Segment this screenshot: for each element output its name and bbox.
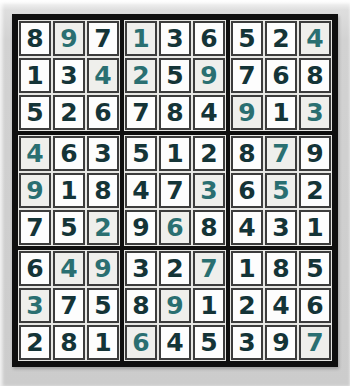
cell-r5c2[interactable]: 1: [53, 173, 85, 208]
box-2-3: 879652431: [228, 133, 334, 248]
cell-r6c2[interactable]: 5: [53, 210, 85, 245]
cell-r4c5[interactable]: 1: [159, 136, 191, 171]
cell-r5c9[interactable]: 2: [299, 173, 331, 208]
cell-r9c4[interactable]: 6: [125, 325, 157, 360]
box-2-2: 512473968: [122, 133, 228, 248]
sudoku-board: 8971345261362597845247689134639187525124…: [12, 14, 338, 367]
cell-r8c2[interactable]: 7: [53, 288, 85, 323]
box-2-1: 463918752: [16, 133, 122, 248]
cell-r9c5[interactable]: 4: [159, 325, 191, 360]
cell-r3c8[interactable]: 1: [265, 95, 297, 130]
cell-r3c9[interactable]: 3: [299, 95, 331, 130]
cell-r7c8[interactable]: 8: [265, 251, 297, 286]
cell-r3c3[interactable]: 6: [87, 95, 119, 130]
cell-r6c7[interactable]: 4: [231, 210, 263, 245]
cell-r2c7[interactable]: 7: [231, 58, 263, 93]
box-3-2: 327891645: [122, 248, 228, 363]
cell-r4c1[interactable]: 4: [19, 136, 51, 171]
cell-r2c4[interactable]: 2: [125, 58, 157, 93]
cell-r7c3[interactable]: 9: [87, 251, 119, 286]
cell-r7c6[interactable]: 7: [193, 251, 225, 286]
cell-r4c2[interactable]: 6: [53, 136, 85, 171]
box-1-1: 897134526: [16, 18, 122, 133]
cell-r3c2[interactable]: 2: [53, 95, 85, 130]
box-3-1: 649375281: [16, 248, 122, 363]
cell-r2c1[interactable]: 1: [19, 58, 51, 93]
cell-r5c8[interactable]: 5: [265, 173, 297, 208]
cell-r9c8[interactable]: 9: [265, 325, 297, 360]
cell-r9c2[interactable]: 8: [53, 325, 85, 360]
cell-r9c6[interactable]: 5: [193, 325, 225, 360]
cell-r1c4[interactable]: 1: [125, 21, 157, 56]
cell-r2c9[interactable]: 8: [299, 58, 331, 93]
cell-r9c9[interactable]: 7: [299, 325, 331, 360]
cell-r6c8[interactable]: 3: [265, 210, 297, 245]
cell-r1c1[interactable]: 8: [19, 21, 51, 56]
page-background: 8971345261362597845247689134639187525124…: [0, 0, 350, 386]
cell-r8c4[interactable]: 8: [125, 288, 157, 323]
cell-r1c6[interactable]: 6: [193, 21, 225, 56]
cell-r6c5[interactable]: 6: [159, 210, 191, 245]
cell-r8c5[interactable]: 9: [159, 288, 191, 323]
cell-r7c4[interactable]: 3: [125, 251, 157, 286]
cell-r3c4[interactable]: 7: [125, 95, 157, 130]
cell-r6c3[interactable]: 2: [87, 210, 119, 245]
cell-r3c1[interactable]: 5: [19, 95, 51, 130]
cell-r2c2[interactable]: 3: [53, 58, 85, 93]
cell-r4c9[interactable]: 9: [299, 136, 331, 171]
cell-r5c1[interactable]: 9: [19, 173, 51, 208]
cell-r8c7[interactable]: 2: [231, 288, 263, 323]
cell-r9c3[interactable]: 1: [87, 325, 119, 360]
cell-r8c8[interactable]: 4: [265, 288, 297, 323]
cell-r1c8[interactable]: 2: [265, 21, 297, 56]
cell-r7c9[interactable]: 5: [299, 251, 331, 286]
cell-r5c5[interactable]: 7: [159, 173, 191, 208]
cell-r2c8[interactable]: 6: [265, 58, 297, 93]
cell-r1c9[interactable]: 4: [299, 21, 331, 56]
cell-r2c5[interactable]: 5: [159, 58, 191, 93]
cell-r8c6[interactable]: 1: [193, 288, 225, 323]
cell-r4c3[interactable]: 3: [87, 136, 119, 171]
cell-r2c3[interactable]: 4: [87, 58, 119, 93]
cell-r3c6[interactable]: 4: [193, 95, 225, 130]
cell-r6c6[interactable]: 8: [193, 210, 225, 245]
cell-r4c4[interactable]: 5: [125, 136, 157, 171]
cell-r2c6[interactable]: 9: [193, 58, 225, 93]
cell-r5c7[interactable]: 6: [231, 173, 263, 208]
cell-r5c6[interactable]: 3: [193, 173, 225, 208]
cell-r4c6[interactable]: 2: [193, 136, 225, 171]
cell-r7c5[interactable]: 2: [159, 251, 191, 286]
cell-r6c9[interactable]: 1: [299, 210, 331, 245]
cell-r6c1[interactable]: 7: [19, 210, 51, 245]
cell-r7c2[interactable]: 4: [53, 251, 85, 286]
cell-r1c2[interactable]: 9: [53, 21, 85, 56]
cell-r5c4[interactable]: 4: [125, 173, 157, 208]
cell-r3c5[interactable]: 8: [159, 95, 191, 130]
cell-r8c1[interactable]: 3: [19, 288, 51, 323]
cell-r8c3[interactable]: 5: [87, 288, 119, 323]
cell-r7c1[interactable]: 6: [19, 251, 51, 286]
box-1-2: 136259784: [122, 18, 228, 133]
cell-r7c7[interactable]: 1: [231, 251, 263, 286]
box-1-3: 524768913: [228, 18, 334, 133]
cell-r6c4[interactable]: 9: [125, 210, 157, 245]
box-3-3: 185246397: [228, 248, 334, 363]
cell-r1c7[interactable]: 5: [231, 21, 263, 56]
cell-r3c7[interactable]: 9: [231, 95, 263, 130]
cell-r4c8[interactable]: 7: [265, 136, 297, 171]
cell-r9c7[interactable]: 3: [231, 325, 263, 360]
cell-r4c7[interactable]: 8: [231, 136, 263, 171]
cell-r1c3[interactable]: 7: [87, 21, 119, 56]
cell-r5c3[interactable]: 8: [87, 173, 119, 208]
cell-r9c1[interactable]: 2: [19, 325, 51, 360]
cell-r1c5[interactable]: 3: [159, 21, 191, 56]
cell-r8c9[interactable]: 6: [299, 288, 331, 323]
